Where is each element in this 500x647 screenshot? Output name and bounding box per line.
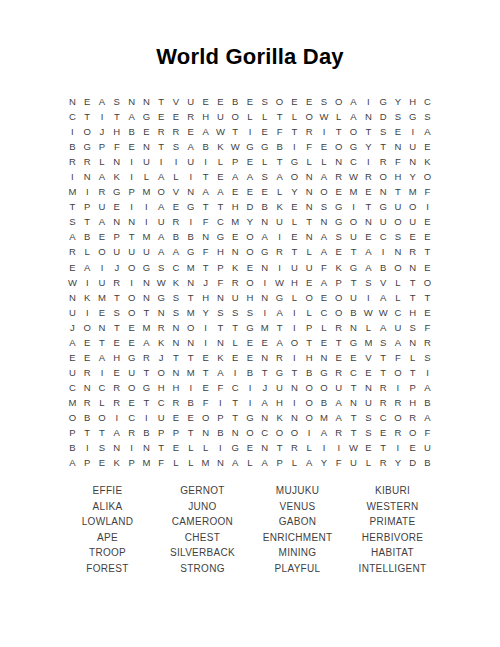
grid-cell[interactable]: L — [243, 455, 258, 470]
grid-cell[interactable]: R — [169, 214, 184, 229]
grid-cell[interactable]: E — [420, 229, 435, 244]
grid-cell[interactable]: E — [198, 380, 213, 395]
grid-cell[interactable]: T — [154, 440, 169, 455]
grid-cell[interactable]: A — [420, 410, 435, 425]
grid-cell[interactable]: T — [346, 275, 361, 290]
grid-cell[interactable]: E — [331, 350, 346, 365]
grid-cell[interactable]: N — [213, 335, 228, 350]
grid-cell[interactable]: A — [183, 139, 198, 154]
grid-cell[interactable]: M — [346, 184, 361, 199]
grid-cell[interactable]: E — [287, 199, 302, 214]
grid-cell[interactable]: P — [213, 260, 228, 275]
grid-cell[interactable]: A — [317, 425, 332, 440]
grid-cell[interactable]: G — [183, 199, 198, 214]
grid-cell[interactable]: O — [420, 275, 435, 290]
grid-cell[interactable]: G — [80, 139, 95, 154]
grid-cell[interactable]: E — [346, 350, 361, 365]
grid-cell[interactable]: T — [183, 350, 198, 365]
grid-cell[interactable]: H — [287, 275, 302, 290]
grid-cell[interactable]: T — [139, 365, 154, 380]
grid-cell[interactable]: E — [228, 350, 243, 365]
grid-cell[interactable]: T — [169, 350, 184, 365]
grid-cell[interactable]: C — [65, 380, 80, 395]
grid-cell[interactable]: I — [287, 305, 302, 320]
grid-cell[interactable]: S — [243, 305, 258, 320]
grid-cell[interactable]: T — [65, 199, 80, 214]
grid-cell[interactable]: W — [228, 139, 243, 154]
grid-cell[interactable]: R — [302, 124, 317, 139]
grid-cell[interactable]: T — [198, 199, 213, 214]
grid-cell[interactable]: I — [124, 154, 139, 169]
grid-cell[interactable]: A — [361, 244, 376, 259]
grid-cell[interactable]: I — [391, 380, 406, 395]
grid-cell[interactable]: L — [302, 244, 317, 259]
grid-cell[interactable]: H — [405, 94, 420, 109]
grid-cell[interactable]: U — [302, 260, 317, 275]
grid-cell[interactable]: K — [272, 199, 287, 214]
grid-cell[interactable]: Y — [361, 139, 376, 154]
grid-cell[interactable]: B — [198, 139, 213, 154]
grid-cell[interactable]: F — [420, 320, 435, 335]
grid-cell[interactable]: T — [95, 425, 110, 440]
grid-cell[interactable]: S — [213, 305, 228, 320]
grid-cell[interactable]: E — [169, 440, 184, 455]
grid-cell[interactable]: G — [376, 199, 391, 214]
grid-cell[interactable]: L — [95, 154, 110, 169]
grid-cell[interactable]: U — [331, 380, 346, 395]
grid-cell[interactable]: N — [169, 335, 184, 350]
grid-cell[interactable]: P — [302, 320, 317, 335]
grid-cell[interactable]: N — [257, 260, 272, 275]
grid-cell[interactable]: Y — [287, 184, 302, 199]
grid-cell[interactable]: W — [346, 169, 361, 184]
grid-cell[interactable]: F — [420, 184, 435, 199]
grid-cell[interactable]: S — [257, 169, 272, 184]
grid-cell[interactable]: P — [228, 154, 243, 169]
grid-cell[interactable]: I — [257, 305, 272, 320]
grid-cell[interactable]: W — [317, 109, 332, 124]
grid-cell[interactable]: E — [243, 260, 258, 275]
grid-cell[interactable]: O — [124, 260, 139, 275]
grid-cell[interactable]: R — [65, 244, 80, 259]
grid-cell[interactable]: O — [287, 169, 302, 184]
grid-cell[interactable]: T — [198, 365, 213, 380]
grid-cell[interactable]: U — [391, 199, 406, 214]
grid-cell[interactable]: H — [154, 380, 169, 395]
grid-cell[interactable]: N — [361, 109, 376, 124]
grid-cell[interactable]: N — [154, 305, 169, 320]
grid-cell[interactable]: E — [317, 139, 332, 154]
grid-cell[interactable]: C — [257, 425, 272, 440]
grid-cell[interactable]: R — [183, 109, 198, 124]
grid-cell[interactable]: E — [198, 94, 213, 109]
grid-cell[interactable]: N — [257, 350, 272, 365]
grid-cell[interactable]: A — [213, 184, 228, 199]
grid-cell[interactable]: O — [243, 275, 258, 290]
grid-cell[interactable]: A — [391, 335, 406, 350]
grid-cell[interactable]: I — [124, 199, 139, 214]
grid-cell[interactable]: T — [154, 139, 169, 154]
grid-cell[interactable]: S — [405, 320, 420, 335]
grid-cell[interactable]: M — [317, 410, 332, 425]
grid-cell[interactable]: U — [405, 214, 420, 229]
grid-cell[interactable]: A — [317, 229, 332, 244]
grid-cell[interactable]: H — [272, 395, 287, 410]
grid-cell[interactable]: A — [346, 109, 361, 124]
grid-cell[interactable]: N — [183, 335, 198, 350]
grid-cell[interactable]: R — [376, 455, 391, 470]
grid-cell[interactable]: A — [154, 244, 169, 259]
grid-cell[interactable]: J — [154, 350, 169, 365]
grid-cell[interactable]: S — [361, 275, 376, 290]
grid-cell[interactable]: V — [361, 350, 376, 365]
grid-cell[interactable]: L — [302, 154, 317, 169]
grid-cell[interactable]: S — [154, 260, 169, 275]
grid-cell[interactable]: E — [80, 350, 95, 365]
grid-cell[interactable]: G — [346, 335, 361, 350]
grid-cell[interactable]: R — [95, 184, 110, 199]
grid-cell[interactable]: U — [95, 275, 110, 290]
grid-cell[interactable]: B — [169, 229, 184, 244]
grid-cell[interactable]: O — [228, 109, 243, 124]
grid-cell[interactable]: I — [391, 440, 406, 455]
grid-cell[interactable]: T — [272, 154, 287, 169]
grid-cell[interactable]: E — [420, 214, 435, 229]
grid-cell[interactable]: A — [257, 455, 272, 470]
grid-cell[interactable]: E — [257, 124, 272, 139]
grid-cell[interactable]: T — [302, 214, 317, 229]
grid-cell[interactable]: S — [331, 229, 346, 244]
grid-cell[interactable]: L — [213, 154, 228, 169]
grid-cell[interactable]: T — [183, 425, 198, 440]
grid-cell[interactable]: E — [95, 305, 110, 320]
grid-cell[interactable]: A — [124, 109, 139, 124]
grid-cell[interactable]: T — [302, 335, 317, 350]
grid-cell[interactable]: B — [346, 305, 361, 320]
grid-cell[interactable]: O — [198, 410, 213, 425]
grid-cell[interactable]: U — [124, 244, 139, 259]
grid-cell[interactable]: E — [139, 124, 154, 139]
grid-cell[interactable]: M — [139, 229, 154, 244]
grid-cell[interactable]: E — [361, 184, 376, 199]
grid-cell[interactable]: W — [65, 275, 80, 290]
grid-cell[interactable]: S — [376, 335, 391, 350]
grid-cell[interactable]: R — [272, 350, 287, 365]
grid-cell[interactable]: U — [272, 214, 287, 229]
grid-cell[interactable]: N — [302, 229, 317, 244]
grid-cell[interactable]: K — [213, 350, 228, 365]
grid-cell[interactable]: A — [317, 275, 332, 290]
grid-cell[interactable]: L — [243, 109, 258, 124]
grid-cell[interactable]: U — [391, 320, 406, 335]
grid-cell[interactable]: G — [228, 440, 243, 455]
grid-cell[interactable]: J — [95, 124, 110, 139]
grid-cell[interactable]: G — [139, 109, 154, 124]
grid-cell[interactable]: T — [420, 244, 435, 259]
grid-cell[interactable]: A — [169, 244, 184, 259]
grid-cell[interactable]: O — [80, 124, 95, 139]
grid-cell[interactable]: E — [361, 365, 376, 380]
grid-cell[interactable]: G — [243, 139, 258, 154]
grid-cell[interactable]: L — [331, 109, 346, 124]
grid-cell[interactable]: R — [420, 335, 435, 350]
grid-cell[interactable]: G — [243, 320, 258, 335]
grid-cell[interactable]: O — [154, 184, 169, 199]
grid-cell[interactable]: H — [109, 124, 124, 139]
grid-cell[interactable]: S — [109, 305, 124, 320]
grid-cell[interactable]: K — [228, 260, 243, 275]
grid-cell[interactable]: U — [139, 244, 154, 259]
grid-cell[interactable]: A — [109, 425, 124, 440]
grid-cell[interactable]: M — [183, 260, 198, 275]
grid-cell[interactable]: I — [80, 275, 95, 290]
grid-cell[interactable]: O — [391, 260, 406, 275]
grid-cell[interactable]: E — [243, 154, 258, 169]
grid-cell[interactable]: L — [361, 455, 376, 470]
grid-cell[interactable]: P — [154, 425, 169, 440]
grid-cell[interactable]: N — [198, 425, 213, 440]
grid-cell[interactable]: D — [243, 199, 258, 214]
grid-cell[interactable]: G — [124, 350, 139, 365]
grid-cell[interactable]: L — [169, 455, 184, 470]
grid-cell[interactable]: E — [287, 229, 302, 244]
grid-cell[interactable]: U — [272, 380, 287, 395]
grid-cell[interactable]: T — [405, 290, 420, 305]
grid-cell[interactable]: N — [317, 214, 332, 229]
grid-cell[interactable]: N — [65, 290, 80, 305]
grid-cell[interactable]: T — [80, 214, 95, 229]
grid-cell[interactable]: N — [405, 335, 420, 350]
grid-cell[interactable]: G — [287, 154, 302, 169]
grid-cell[interactable]: E — [169, 410, 184, 425]
grid-cell[interactable]: N — [361, 380, 376, 395]
grid-cell[interactable]: O — [317, 184, 332, 199]
grid-cell[interactable]: T — [139, 305, 154, 320]
grid-cell[interactable]: E — [65, 350, 80, 365]
grid-cell[interactable]: A — [346, 94, 361, 109]
grid-cell[interactable]: L — [257, 154, 272, 169]
grid-cell[interactable]: I — [139, 214, 154, 229]
grid-cell[interactable]: O — [391, 410, 406, 425]
grid-cell[interactable]: T — [346, 244, 361, 259]
grid-cell[interactable]: L — [272, 184, 287, 199]
grid-cell[interactable]: I — [124, 275, 139, 290]
grid-cell[interactable]: I — [65, 124, 80, 139]
grid-cell[interactable]: S — [361, 410, 376, 425]
grid-cell[interactable]: I — [95, 260, 110, 275]
grid-cell[interactable]: N — [391, 244, 406, 259]
grid-cell[interactable]: S — [169, 305, 184, 320]
grid-cell[interactable]: T — [228, 124, 243, 139]
grid-cell[interactable]: E — [124, 320, 139, 335]
grid-cell[interactable]: G — [183, 244, 198, 259]
grid-cell[interactable]: G — [346, 260, 361, 275]
grid-cell[interactable]: H — [169, 380, 184, 395]
grid-cell[interactable]: R — [169, 124, 184, 139]
grid-cell[interactable]: G — [405, 109, 420, 124]
grid-cell[interactable]: N — [109, 214, 124, 229]
grid-cell[interactable]: I — [361, 290, 376, 305]
grid-cell[interactable]: N — [405, 154, 420, 169]
grid-cell[interactable]: T — [213, 199, 228, 214]
grid-cell[interactable]: P — [65, 425, 80, 440]
grid-cell[interactable]: N — [124, 214, 139, 229]
grid-cell[interactable]: K — [109, 455, 124, 470]
grid-cell[interactable]: U — [183, 94, 198, 109]
grid-cell[interactable]: R — [331, 169, 346, 184]
grid-cell[interactable]: B — [80, 410, 95, 425]
grid-cell[interactable]: U — [405, 139, 420, 154]
grid-cell[interactable]: N — [139, 290, 154, 305]
grid-cell[interactable]: T — [198, 260, 213, 275]
grid-cell[interactable]: E — [317, 335, 332, 350]
grid-cell[interactable]: M — [198, 455, 213, 470]
grid-cell[interactable]: E — [257, 184, 272, 199]
grid-cell[interactable]: N — [169, 365, 184, 380]
grid-cell[interactable]: O — [420, 169, 435, 184]
grid-cell[interactable]: S — [228, 305, 243, 320]
grid-cell[interactable]: U — [213, 109, 228, 124]
grid-cell[interactable]: S — [361, 425, 376, 440]
grid-cell[interactable]: V — [169, 94, 184, 109]
grid-cell[interactable]: K — [154, 335, 169, 350]
grid-cell[interactable]: N — [139, 440, 154, 455]
grid-cell[interactable]: E — [331, 244, 346, 259]
grid-cell[interactable]: I — [80, 184, 95, 199]
grid-cell[interactable]: H — [302, 350, 317, 365]
grid-cell[interactable]: T — [287, 244, 302, 259]
grid-cell[interactable]: G — [331, 199, 346, 214]
grid-cell[interactable]: N — [109, 440, 124, 455]
grid-cell[interactable]: T — [376, 365, 391, 380]
grid-cell[interactable]: M — [139, 320, 154, 335]
grid-cell[interactable]: H — [213, 244, 228, 259]
grid-cell[interactable]: Y — [405, 169, 420, 184]
grid-cell[interactable]: I — [361, 94, 376, 109]
grid-cell[interactable]: D — [376, 109, 391, 124]
grid-cell[interactable]: I — [95, 109, 110, 124]
grid-cell[interactable]: E — [376, 425, 391, 440]
grid-cell[interactable]: F — [109, 139, 124, 154]
grid-cell[interactable]: H — [243, 290, 258, 305]
grid-cell[interactable]: N — [287, 410, 302, 425]
grid-cell[interactable]: N — [376, 184, 391, 199]
grid-cell[interactable]: C — [376, 229, 391, 244]
grid-cell[interactable]: G — [331, 214, 346, 229]
grid-cell[interactable]: H — [198, 109, 213, 124]
grid-cell[interactable]: I — [272, 260, 287, 275]
grid-cell[interactable]: W — [272, 275, 287, 290]
grid-cell[interactable]: D — [405, 455, 420, 470]
grid-cell[interactable]: E — [213, 94, 228, 109]
grid-cell[interactable]: A — [420, 380, 435, 395]
grid-cell[interactable]: R — [376, 380, 391, 395]
grid-cell[interactable]: E — [198, 350, 213, 365]
grid-cell[interactable]: G — [257, 139, 272, 154]
grid-cell[interactable]: I — [198, 154, 213, 169]
grid-cell[interactable]: I — [139, 410, 154, 425]
grid-cell[interactable]: A — [198, 124, 213, 139]
grid-cell[interactable]: F — [213, 275, 228, 290]
grid-cell[interactable]: L — [169, 169, 184, 184]
grid-cell[interactable]: E — [109, 365, 124, 380]
grid-cell[interactable]: O — [287, 335, 302, 350]
grid-cell[interactable]: N — [302, 199, 317, 214]
grid-cell[interactable]: M — [95, 290, 110, 305]
grid-cell[interactable]: E — [124, 139, 139, 154]
grid-cell[interactable]: A — [376, 320, 391, 335]
grid-cell[interactable]: B — [65, 139, 80, 154]
grid-cell[interactable]: H — [198, 290, 213, 305]
grid-cell[interactable]: A — [65, 455, 80, 470]
grid-cell[interactable]: E — [420, 260, 435, 275]
grid-cell[interactable]: E — [302, 275, 317, 290]
grid-cell[interactable]: M — [361, 335, 376, 350]
grid-cell[interactable]: R — [80, 395, 95, 410]
grid-cell[interactable]: U — [139, 154, 154, 169]
grid-cell[interactable]: M — [65, 184, 80, 199]
grid-cell[interactable]: W — [346, 440, 361, 455]
grid-cell[interactable]: R — [405, 410, 420, 425]
grid-cell[interactable]: A — [139, 335, 154, 350]
grid-cell[interactable]: I — [317, 440, 332, 455]
grid-cell[interactable]: T — [287, 124, 302, 139]
grid-cell[interactable]: M — [183, 305, 198, 320]
grid-cell[interactable]: T — [405, 275, 420, 290]
grid-cell[interactable]: S — [376, 124, 391, 139]
grid-cell[interactable]: G — [257, 244, 272, 259]
grid-cell[interactable]: T — [228, 320, 243, 335]
grid-cell[interactable]: K — [80, 290, 95, 305]
grid-cell[interactable]: R — [80, 154, 95, 169]
grid-cell[interactable]: G — [154, 290, 169, 305]
grid-cell[interactable]: O — [346, 214, 361, 229]
grid-cell[interactable]: C — [346, 154, 361, 169]
grid-cell[interactable]: F — [272, 124, 287, 139]
grid-cell[interactable]: A — [302, 455, 317, 470]
grid-cell[interactable]: I — [420, 199, 435, 214]
grid-cell[interactable]: C — [124, 410, 139, 425]
grid-cell[interactable]: P — [80, 199, 95, 214]
grid-cell[interactable]: I — [139, 199, 154, 214]
grid-cell[interactable]: B — [228, 94, 243, 109]
grid-cell[interactable]: S — [420, 350, 435, 365]
grid-cell[interactable]: S — [109, 94, 124, 109]
grid-cell[interactable]: O — [183, 320, 198, 335]
grid-cell[interactable]: P — [331, 275, 346, 290]
grid-cell[interactable]: I — [124, 169, 139, 184]
grid-cell[interactable]: H — [405, 305, 420, 320]
grid-cell[interactable]: F — [391, 154, 406, 169]
grid-cell[interactable]: L — [228, 335, 243, 350]
grid-cell[interactable]: E — [331, 184, 346, 199]
grid-cell[interactable]: T — [109, 290, 124, 305]
grid-cell[interactable]: V — [169, 184, 184, 199]
grid-cell[interactable]: R — [169, 395, 184, 410]
grid-cell[interactable]: H — [405, 395, 420, 410]
grid-cell[interactable]: M — [257, 320, 272, 335]
grid-cell[interactable]: R — [65, 154, 80, 169]
grid-cell[interactable]: A — [376, 290, 391, 305]
grid-cell[interactable]: I — [405, 124, 420, 139]
grid-cell[interactable]: L — [287, 455, 302, 470]
grid-cell[interactable]: O — [154, 365, 169, 380]
grid-cell[interactable]: R — [154, 320, 169, 335]
grid-cell[interactable]: N — [302, 169, 317, 184]
grid-cell[interactable]: I — [346, 199, 361, 214]
grid-cell[interactable]: E — [228, 184, 243, 199]
grid-cell[interactable]: U — [346, 229, 361, 244]
